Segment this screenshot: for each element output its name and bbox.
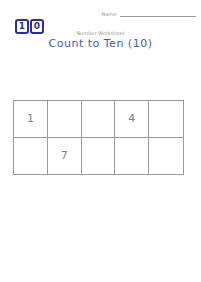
grid-cell-given-7[interactable]: 7 <box>48 138 82 175</box>
count-grid: 147 <box>13 100 184 175</box>
grid-cell-blank-r2c1[interactable] <box>14 138 48 175</box>
page-title: Count to Ten (10) <box>0 37 201 50</box>
grid-cell-given-4[interactable]: 4 <box>115 101 149 138</box>
name-row: Name: <box>102 10 196 17</box>
grid-cell-blank-r1c2[interactable] <box>48 101 82 138</box>
grid-cell-blank-r2c4[interactable] <box>115 138 149 175</box>
grid-cell-blank-r2c3[interactable] <box>82 138 116 175</box>
grid-cell-blank-r2c5[interactable] <box>149 138 183 175</box>
grid-cell-blank-r1c3[interactable] <box>82 101 116 138</box>
name-label: Name: <box>102 12 118 17</box>
grid-cell-given-1[interactable]: 1 <box>14 101 48 138</box>
worksheet-subtitle: Number Worksheet <box>0 30 201 36</box>
worksheet-page: 1 0 Name: Number Worksheet Count to Ten … <box>0 0 201 282</box>
grid-cell-blank-r1c5[interactable] <box>149 101 183 138</box>
name-input-line[interactable] <box>120 10 196 17</box>
